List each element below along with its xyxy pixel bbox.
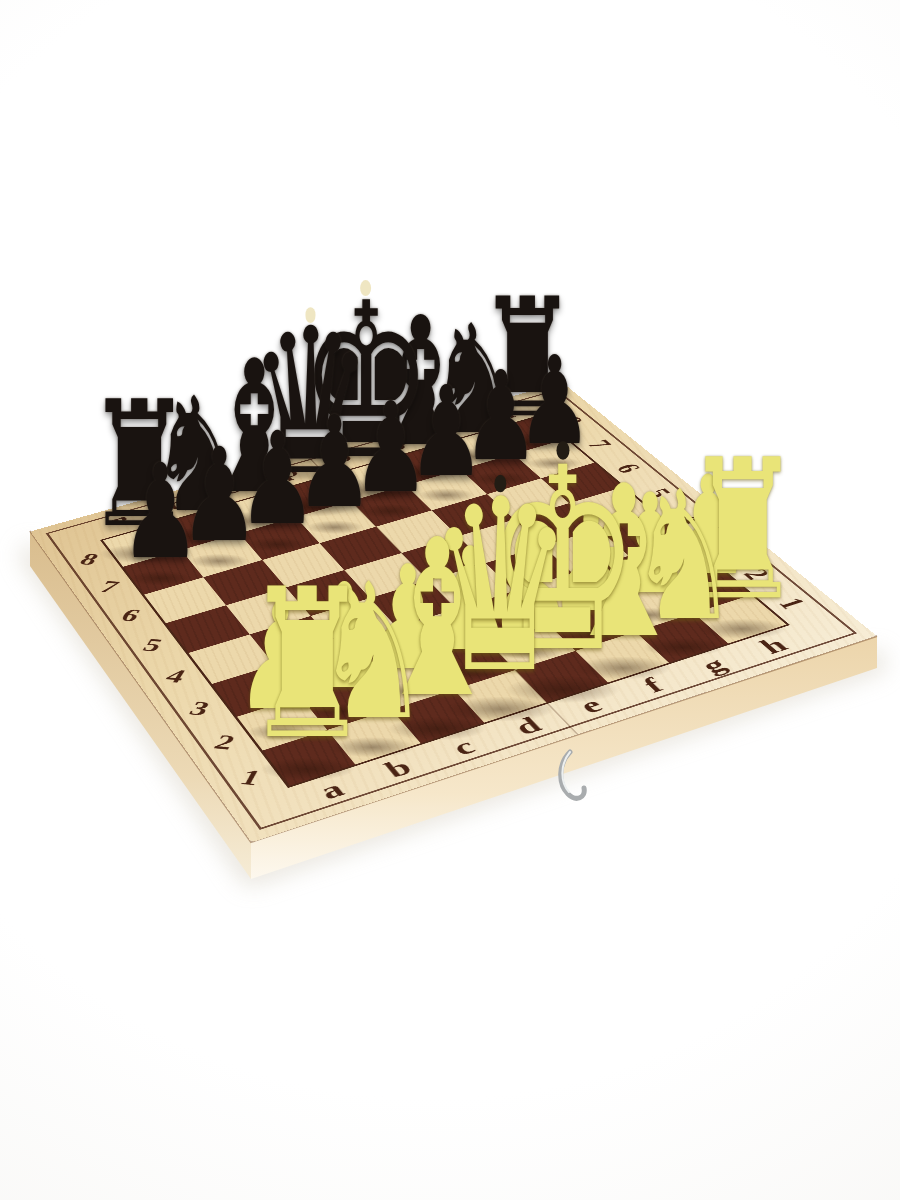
- pieces-layer: ♜♞♝♛♚♝♞♜♟♟♟♟♟♟♟♟♟♟♟♟♟♟♟♟♜♞♝♛♚♝♞♜: [0, 0, 900, 1200]
- black-finial: [494, 475, 506, 493]
- white-rook-a1[interactable]: ♜: [244, 626, 371, 768]
- black-pawn-a7[interactable]: ♟: [120, 487, 201, 577]
- pawn-glyph: ♟: [120, 447, 201, 578]
- product-photo-stage: aabbccddeeffgghh1122334455667788 ♜♞♝♛♚♝♞…: [0, 0, 900, 1200]
- rook-glyph: ♜: [244, 562, 371, 768]
